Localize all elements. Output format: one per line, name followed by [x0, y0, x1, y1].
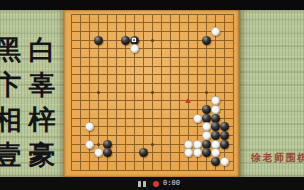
red-triangle-marker [185, 98, 191, 103]
stone-black [220, 122, 229, 131]
watermark-text: 徐老师围棋教室 [251, 151, 304, 165]
stone-white [211, 96, 220, 105]
record-dot-icon [153, 181, 159, 187]
go-board [64, 10, 240, 177]
star-point [97, 143, 100, 146]
stone-black [202, 36, 211, 45]
player-control-icon[interactable] [138, 181, 141, 187]
stone-white [85, 140, 94, 149]
white-name-char-3: 豪 [29, 137, 56, 172]
grid-line-vertical [179, 14, 180, 170]
white-name-char-1: 辜 [29, 67, 56, 102]
white-label: 白 [29, 32, 56, 67]
grid-line-vertical [233, 14, 234, 170]
stone-white [211, 140, 220, 149]
white-name-char-2: 梓 [29, 102, 56, 137]
last-move-marker [132, 38, 136, 42]
stone-white [202, 131, 211, 140]
stone-black [103, 140, 112, 149]
video-frame: 黑 卞 相 壹 白 辜 梓 豪 徐老师围棋教室 0:00 [0, 0, 304, 190]
stone-white [85, 122, 94, 131]
stone-white [211, 148, 220, 157]
stone-black [202, 140, 211, 149]
stone-black [202, 148, 211, 157]
stone-white [193, 114, 202, 123]
left-player-panel: 黑 卞 相 壹 白 辜 梓 豪 [0, 10, 64, 177]
star-point [205, 91, 208, 94]
stone-white [94, 148, 103, 157]
stone-black [94, 36, 103, 45]
stone-white [211, 27, 220, 36]
video-player-bar[interactable]: 0:00 [0, 177, 304, 190]
video-content: 黑 卞 相 壹 白 辜 梓 豪 徐老师围棋教室 [0, 10, 304, 177]
stone-black [220, 131, 229, 140]
stone-white [130, 44, 139, 53]
stone-black [211, 157, 220, 166]
black-name-char-1: 卞 [0, 67, 22, 102]
black-name-char-2: 相 [0, 102, 22, 137]
stone-black [211, 122, 220, 131]
stone-white [193, 148, 202, 157]
grid-line-horizontal [71, 170, 234, 171]
black-label: 黑 [0, 32, 22, 67]
right-side-panel: 徐老师围棋教室 [240, 10, 304, 177]
white-player-column: 白 辜 梓 豪 [28, 32, 56, 172]
stone-white [202, 122, 211, 131]
star-point [97, 91, 100, 94]
black-name-char-3: 壹 [0, 137, 22, 172]
black-player-column: 黑 卞 相 壹 [0, 32, 22, 172]
player-control-icon[interactable] [143, 181, 146, 187]
stone-black [211, 114, 220, 123]
grid-line-horizontal [71, 100, 234, 101]
star-point [151, 143, 154, 146]
stone-white [211, 105, 220, 114]
stone-black [211, 131, 220, 140]
stone-black [220, 140, 229, 149]
time-text: 0:00 [163, 177, 180, 190]
stone-white [220, 157, 229, 166]
stone-black [202, 105, 211, 114]
star-point [151, 39, 154, 42]
stone-black [202, 114, 211, 123]
stone-white [184, 140, 193, 149]
grid-line-horizontal [71, 161, 234, 162]
grid-line-vertical [170, 14, 171, 170]
stone-black [121, 36, 130, 45]
stone-black [139, 148, 148, 157]
grid-line-vertical [161, 14, 162, 170]
top-letterbox-bar [0, 0, 304, 10]
stone-black [103, 148, 112, 157]
stone-white [184, 148, 193, 157]
stone-white [193, 140, 202, 149]
star-point [151, 91, 154, 94]
